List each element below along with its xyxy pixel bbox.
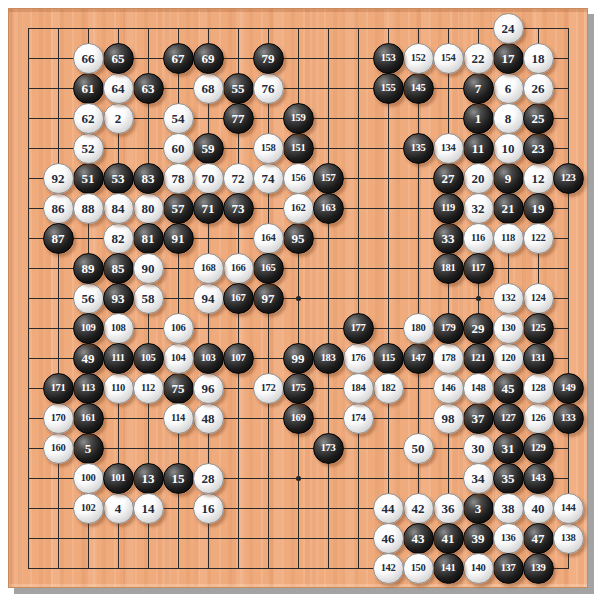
stone-91-black: 91 — [163, 223, 194, 254]
stone-39-black: 39 — [463, 523, 494, 554]
stone-77-black: 77 — [223, 103, 254, 134]
stone-145-black: 145 — [403, 73, 434, 104]
stone-119-black: 119 — [433, 193, 464, 224]
stone-157-black: 157 — [313, 163, 344, 194]
stone-86-white: 86 — [43, 193, 74, 224]
stone-63-black: 63 — [133, 73, 164, 104]
stone-52-white: 52 — [73, 133, 104, 164]
stone-179-black: 179 — [433, 313, 464, 344]
stone-138-white: 138 — [553, 523, 584, 554]
stone-90-white: 90 — [133, 253, 164, 284]
stone-121-black: 121 — [463, 343, 494, 374]
stone-99-black: 99 — [283, 343, 314, 374]
stone-167-black: 167 — [223, 283, 254, 314]
stone-168-white: 168 — [193, 253, 224, 284]
stone-62-white: 62 — [73, 103, 104, 134]
stone-46-white: 46 — [373, 523, 404, 554]
stone-27-black: 27 — [433, 163, 464, 194]
stone-31-black: 31 — [493, 433, 524, 464]
stone-100-white: 100 — [73, 463, 104, 494]
stone-21-black: 21 — [493, 193, 524, 224]
stone-141-black: 141 — [433, 553, 464, 584]
stone-50-white: 50 — [403, 433, 434, 464]
stone-82-white: 82 — [103, 223, 134, 254]
stone-148-white: 148 — [463, 373, 494, 404]
stone-66-white: 66 — [73, 43, 104, 74]
stone-26-white: 26 — [523, 73, 554, 104]
stone-171-black: 171 — [43, 373, 74, 404]
stone-17-black: 17 — [493, 43, 524, 74]
stone-55-black: 55 — [223, 73, 254, 104]
stone-113-black: 113 — [73, 373, 104, 404]
stone-9-black: 9 — [493, 163, 524, 194]
stone-158-white: 158 — [253, 133, 284, 164]
stone-32-white: 32 — [463, 193, 494, 224]
stone-163-black: 163 — [313, 193, 344, 224]
stone-139-black: 139 — [523, 553, 554, 584]
stone-10-white: 10 — [493, 133, 524, 164]
stone-25-black: 25 — [523, 103, 554, 134]
stone-41-black: 41 — [433, 523, 464, 554]
stone-174-white: 174 — [343, 403, 374, 434]
stone-42-white: 42 — [403, 493, 434, 524]
stone-24-white: 24 — [493, 13, 524, 44]
stone-65-black: 65 — [103, 43, 134, 74]
stone-47-black: 47 — [523, 523, 554, 554]
stone-123-black: 123 — [553, 163, 584, 194]
stone-89-black: 89 — [73, 253, 104, 284]
stone-29-black: 29 — [463, 313, 494, 344]
stone-124-white: 124 — [523, 283, 554, 314]
stone-72-white: 72 — [223, 163, 254, 194]
stone-95-black: 95 — [283, 223, 314, 254]
stone-75-black: 75 — [163, 373, 194, 404]
star-point — [296, 296, 301, 301]
stone-64-white: 64 — [103, 73, 134, 104]
stone-147-black: 147 — [403, 343, 434, 374]
stone-30-white: 30 — [463, 433, 494, 464]
stone-125-black: 125 — [523, 313, 554, 344]
stone-51-black: 51 — [73, 163, 104, 194]
stone-74-white: 74 — [253, 163, 284, 194]
stone-57-black: 57 — [163, 193, 194, 224]
stone-111-black: 111 — [103, 343, 134, 374]
stone-161-black: 161 — [73, 403, 104, 434]
stone-129-black: 129 — [523, 433, 554, 464]
stone-16-white: 16 — [193, 493, 224, 524]
stone-103-black: 103 — [193, 343, 224, 374]
stone-134-white: 134 — [433, 133, 464, 164]
stone-146-white: 146 — [433, 373, 464, 404]
stone-85-black: 85 — [103, 253, 134, 284]
stone-34-white: 34 — [463, 463, 494, 494]
stone-183-black: 183 — [313, 343, 344, 374]
stone-116-white: 116 — [463, 223, 494, 254]
stone-19-black: 19 — [523, 193, 554, 224]
stone-159-black: 159 — [283, 103, 314, 134]
stone-133-black: 133 — [553, 403, 584, 434]
stone-38-white: 38 — [493, 493, 524, 524]
stone-153-black: 153 — [373, 43, 404, 74]
stone-76-white: 76 — [253, 73, 284, 104]
stone-7-black: 7 — [463, 73, 494, 104]
stone-61-black: 61 — [73, 73, 104, 104]
stone-137-black: 137 — [493, 553, 524, 584]
star-point — [476, 296, 481, 301]
stone-126-white: 126 — [523, 403, 554, 434]
stone-67-black: 67 — [163, 43, 194, 74]
stone-135-black: 135 — [403, 133, 434, 164]
stone-120-white: 120 — [493, 343, 524, 374]
stone-140-white: 140 — [463, 553, 494, 584]
stone-155-black: 155 — [373, 73, 404, 104]
stone-96-white: 96 — [193, 373, 224, 404]
stone-154-white: 154 — [433, 43, 464, 74]
stone-142-white: 142 — [373, 553, 404, 584]
stone-92-white: 92 — [43, 163, 74, 194]
stone-28-white: 28 — [193, 463, 224, 494]
stone-107-black: 107 — [223, 343, 254, 374]
stone-87-black: 87 — [43, 223, 74, 254]
stone-58-white: 58 — [133, 283, 164, 314]
stone-15-black: 15 — [163, 463, 194, 494]
stone-101-black: 101 — [103, 463, 134, 494]
stone-2-white: 2 — [103, 103, 134, 134]
stone-23-black: 23 — [523, 133, 554, 164]
stone-98-white: 98 — [433, 403, 464, 434]
stone-14-white: 14 — [133, 493, 164, 524]
stone-94-white: 94 — [193, 283, 224, 314]
stone-130-white: 130 — [493, 313, 524, 344]
stone-181-black: 181 — [433, 253, 464, 284]
stone-88-white: 88 — [73, 193, 104, 224]
stone-44-white: 44 — [373, 493, 404, 524]
stone-132-white: 132 — [493, 283, 524, 314]
stone-104-white: 104 — [163, 343, 194, 374]
stone-117-black: 117 — [463, 253, 494, 284]
stone-108-white: 108 — [103, 313, 134, 344]
stone-169-black: 169 — [283, 403, 314, 434]
stone-115-black: 115 — [373, 343, 404, 374]
stone-156-white: 156 — [283, 163, 314, 194]
stone-177-black: 177 — [343, 313, 374, 344]
stone-118-white: 118 — [493, 223, 524, 254]
stone-128-white: 128 — [523, 373, 554, 404]
stone-81-black: 81 — [133, 223, 164, 254]
stone-170-white: 170 — [43, 403, 74, 434]
stone-172-white: 172 — [253, 373, 284, 404]
go-board-grid[interactable]: 1234567891011121314151617181920212223242… — [13, 13, 583, 583]
stone-73-black: 73 — [223, 193, 254, 224]
stone-37-black: 37 — [463, 403, 494, 434]
stone-12-white: 12 — [523, 163, 554, 194]
stone-151-black: 151 — [283, 133, 314, 164]
stone-144-white: 144 — [553, 493, 584, 524]
stone-79-black: 79 — [253, 43, 284, 74]
stone-48-white: 48 — [193, 403, 224, 434]
stone-122-white: 122 — [523, 223, 554, 254]
stone-83-black: 83 — [133, 163, 164, 194]
stone-3-black: 3 — [463, 493, 494, 524]
stone-160-white: 160 — [43, 433, 74, 464]
stone-69-black: 69 — [193, 43, 224, 74]
stone-112-white: 112 — [133, 373, 164, 404]
stone-5-black: 5 — [73, 433, 104, 464]
stone-49-black: 49 — [73, 343, 104, 374]
stone-1-black: 1 — [463, 103, 494, 134]
stone-109-black: 109 — [73, 313, 104, 344]
stone-11-black: 11 — [463, 133, 494, 164]
stone-150-white: 150 — [403, 553, 434, 584]
stone-53-black: 53 — [103, 163, 134, 194]
stone-127-black: 127 — [493, 403, 524, 434]
stone-136-white: 136 — [493, 523, 524, 554]
stone-40-white: 40 — [523, 493, 554, 524]
stone-20-white: 20 — [463, 163, 494, 194]
stone-173-black: 173 — [313, 433, 344, 464]
go-board[interactable]: 1234567891011121314151617181920212223242… — [8, 8, 588, 588]
stone-97-black: 97 — [253, 283, 284, 314]
stone-43-black: 43 — [403, 523, 434, 554]
star-point — [296, 476, 301, 481]
stone-114-white: 114 — [163, 403, 194, 434]
stone-78-white: 78 — [163, 163, 194, 194]
stone-22-white: 22 — [463, 43, 494, 74]
stone-18-white: 18 — [523, 43, 554, 74]
kifu-page: 1234567891011121314151617181920212223242… — [0, 0, 600, 600]
stone-110-white: 110 — [103, 373, 134, 404]
stone-56-white: 56 — [73, 283, 104, 314]
stone-105-black: 105 — [133, 343, 164, 374]
stone-175-black: 175 — [283, 373, 314, 404]
stone-149-black: 149 — [553, 373, 584, 404]
stone-182-white: 182 — [373, 373, 404, 404]
stone-68-white: 68 — [193, 73, 224, 104]
stone-84-white: 84 — [103, 193, 134, 224]
stone-71-black: 71 — [193, 193, 224, 224]
stone-54-white: 54 — [163, 103, 194, 134]
stone-45-black: 45 — [493, 373, 524, 404]
stone-106-white: 106 — [163, 313, 194, 344]
stone-176-white: 176 — [343, 343, 374, 374]
stone-166-white: 166 — [223, 253, 254, 284]
stone-33-black: 33 — [433, 223, 464, 254]
stone-60-white: 60 — [163, 133, 194, 164]
stone-102-white: 102 — [73, 493, 104, 524]
stone-162-white: 162 — [283, 193, 314, 224]
stone-35-black: 35 — [493, 463, 524, 494]
stone-80-white: 80 — [133, 193, 164, 224]
stone-4-white: 4 — [103, 493, 134, 524]
stone-93-black: 93 — [103, 283, 134, 314]
stone-165-black: 165 — [253, 253, 284, 284]
stone-178-white: 178 — [433, 343, 464, 374]
stone-6-white: 6 — [493, 73, 524, 104]
stone-143-black: 143 — [523, 463, 554, 494]
stone-59-black: 59 — [193, 133, 224, 164]
stone-13-black: 13 — [133, 463, 164, 494]
stone-131-black: 131 — [523, 343, 554, 374]
stone-164-white: 164 — [253, 223, 284, 254]
stone-8-white: 8 — [493, 103, 524, 134]
stone-152-white: 152 — [403, 43, 434, 74]
stone-184-white: 184 — [343, 373, 374, 404]
stone-70-white: 70 — [193, 163, 224, 194]
stone-36-white: 36 — [433, 493, 464, 524]
stone-180-white: 180 — [403, 313, 434, 344]
